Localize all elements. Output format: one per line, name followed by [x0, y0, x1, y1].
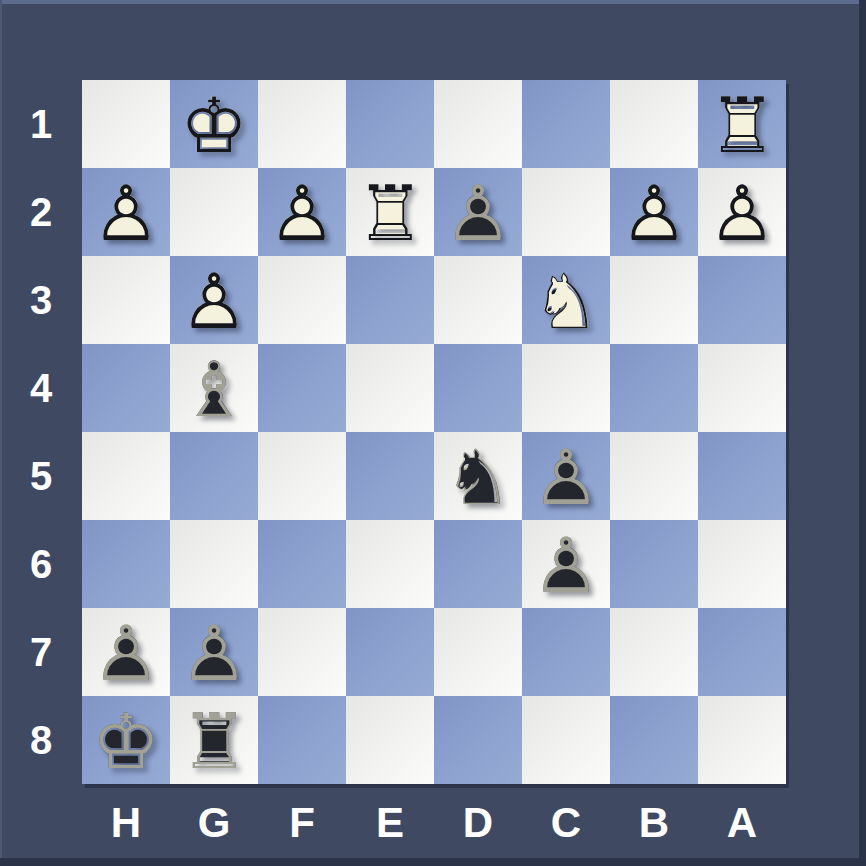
- square-b3[interactable]: [610, 256, 698, 344]
- white-king[interactable]: ♚♔: [170, 80, 258, 168]
- square-h7[interactable]: ♟♙: [82, 608, 170, 696]
- square-a2[interactable]: ♟♙: [698, 168, 786, 256]
- square-g8[interactable]: ♜♖: [170, 696, 258, 784]
- piece-outline-glyph: ♙: [522, 520, 610, 608]
- piece-outline-glyph: ♙: [258, 168, 346, 256]
- square-f2[interactable]: ♟♙: [258, 168, 346, 256]
- square-c8[interactable]: [522, 696, 610, 784]
- black-pawn[interactable]: ♟♙: [170, 608, 258, 696]
- square-e8[interactable]: [346, 696, 434, 784]
- chess-board: ♚♔♜♖♟♙♟♙♜♖♟♙♟♙♟♙♟♙♞♘♝♗♞♘♟♙♟♙♟♙♟♙♚♔♜♖: [82, 80, 786, 784]
- square-b1[interactable]: [610, 80, 698, 168]
- piece-outline-glyph: ♔: [170, 80, 258, 168]
- square-h1[interactable]: [82, 80, 170, 168]
- piece-outline-glyph: ♘: [522, 256, 610, 344]
- file-label-f: F: [258, 787, 346, 859]
- square-f1[interactable]: [258, 80, 346, 168]
- white-pawn[interactable]: ♟♙: [170, 256, 258, 344]
- square-f3[interactable]: [258, 256, 346, 344]
- square-h3[interactable]: [82, 256, 170, 344]
- square-a7[interactable]: [698, 608, 786, 696]
- square-b6[interactable]: [610, 520, 698, 608]
- square-g5[interactable]: [170, 432, 258, 520]
- piece-outline-glyph: ♖: [698, 80, 786, 168]
- file-label-c: C: [522, 787, 610, 859]
- piece-outline-glyph: ♙: [698, 168, 786, 256]
- black-king[interactable]: ♚♔: [82, 696, 170, 784]
- square-d1[interactable]: [434, 80, 522, 168]
- piece-outline-glyph: ♙: [82, 608, 170, 696]
- square-a8[interactable]: [698, 696, 786, 784]
- square-e5[interactable]: [346, 432, 434, 520]
- file-label-g: G: [170, 787, 258, 859]
- white-pawn[interactable]: ♟♙: [698, 168, 786, 256]
- square-c7[interactable]: [522, 608, 610, 696]
- square-b2[interactable]: ♟♙: [610, 168, 698, 256]
- file-label-d: D: [434, 787, 522, 859]
- square-g6[interactable]: [170, 520, 258, 608]
- square-f6[interactable]: [258, 520, 346, 608]
- piece-outline-glyph: ♙: [170, 608, 258, 696]
- frame-bevel-top: [0, 0, 866, 4]
- rank-label-6: 6: [0, 520, 82, 608]
- frame-bevel-bottom: [0, 858, 866, 866]
- square-c1[interactable]: [522, 80, 610, 168]
- white-rook[interactable]: ♜♖: [346, 168, 434, 256]
- white-pawn[interactable]: ♟♙: [82, 168, 170, 256]
- square-c2[interactable]: [522, 168, 610, 256]
- square-c6[interactable]: ♟♙: [522, 520, 610, 608]
- rank-label-8: 8: [0, 696, 82, 784]
- square-d2[interactable]: ♟♙: [434, 168, 522, 256]
- square-e6[interactable]: [346, 520, 434, 608]
- square-f5[interactable]: [258, 432, 346, 520]
- square-a1[interactable]: ♜♖: [698, 80, 786, 168]
- square-d6[interactable]: [434, 520, 522, 608]
- square-g7[interactable]: ♟♙: [170, 608, 258, 696]
- piece-outline-glyph: ♗: [170, 344, 258, 432]
- rank-label-4: 4: [0, 344, 82, 432]
- square-c3[interactable]: ♞♘: [522, 256, 610, 344]
- square-e4[interactable]: [346, 344, 434, 432]
- white-rook[interactable]: ♜♖: [698, 80, 786, 168]
- square-d5[interactable]: ♞♘: [434, 432, 522, 520]
- file-label-h: H: [82, 787, 170, 859]
- file-labels: HGFEDCBA: [82, 787, 786, 859]
- square-c5[interactable]: ♟♙: [522, 432, 610, 520]
- square-h6[interactable]: [82, 520, 170, 608]
- piece-outline-glyph: ♖: [346, 168, 434, 256]
- square-a6[interactable]: [698, 520, 786, 608]
- square-d3[interactable]: [434, 256, 522, 344]
- black-pawn[interactable]: ♟♙: [522, 520, 610, 608]
- file-label-b: B: [610, 787, 698, 859]
- square-e7[interactable]: [346, 608, 434, 696]
- piece-outline-glyph: ♙: [82, 168, 170, 256]
- white-knight[interactable]: ♞♘: [522, 256, 610, 344]
- square-a5[interactable]: [698, 432, 786, 520]
- piece-outline-glyph: ♔: [82, 696, 170, 784]
- square-g3[interactable]: ♟♙: [170, 256, 258, 344]
- square-d7[interactable]: [434, 608, 522, 696]
- square-f7[interactable]: [258, 608, 346, 696]
- black-pawn[interactable]: ♟♙: [434, 168, 522, 256]
- frame-bevel-right: [859, 0, 866, 866]
- square-a4[interactable]: [698, 344, 786, 432]
- square-e1[interactable]: [346, 80, 434, 168]
- white-pawn[interactable]: ♟♙: [610, 168, 698, 256]
- square-g1[interactable]: ♚♔: [170, 80, 258, 168]
- rank-labels: 12345678: [0, 80, 82, 784]
- square-b8[interactable]: [610, 696, 698, 784]
- square-a3[interactable]: [698, 256, 786, 344]
- square-h2[interactable]: ♟♙: [82, 168, 170, 256]
- black-pawn[interactable]: ♟♙: [522, 432, 610, 520]
- rank-label-2: 2: [0, 168, 82, 256]
- piece-outline-glyph: ♘: [434, 432, 522, 520]
- rank-label-7: 7: [0, 608, 82, 696]
- piece-outline-glyph: ♙: [522, 432, 610, 520]
- square-f8[interactable]: [258, 696, 346, 784]
- square-b4[interactable]: [610, 344, 698, 432]
- square-d4[interactable]: [434, 344, 522, 432]
- piece-outline-glyph: ♖: [170, 696, 258, 784]
- square-f4[interactable]: [258, 344, 346, 432]
- white-pawn[interactable]: ♟♙: [258, 168, 346, 256]
- square-b5[interactable]: [610, 432, 698, 520]
- square-c4[interactable]: [522, 344, 610, 432]
- square-h5[interactable]: [82, 432, 170, 520]
- square-e3[interactable]: [346, 256, 434, 344]
- square-b7[interactable]: [610, 608, 698, 696]
- black-rook[interactable]: ♜♖: [170, 696, 258, 784]
- file-label-a: A: [698, 787, 786, 859]
- piece-outline-glyph: ♙: [170, 256, 258, 344]
- black-knight[interactable]: ♞♘: [434, 432, 522, 520]
- square-d8[interactable]: [434, 696, 522, 784]
- black-bishop[interactable]: ♝♗: [170, 344, 258, 432]
- square-h4[interactable]: [82, 344, 170, 432]
- square-g4[interactable]: ♝♗: [170, 344, 258, 432]
- rank-label-1: 1: [0, 80, 82, 168]
- square-g2[interactable]: [170, 168, 258, 256]
- piece-outline-glyph: ♙: [434, 168, 522, 256]
- square-h8[interactable]: ♚♔: [82, 696, 170, 784]
- board-frame: 12345678 ♚♔♜♖♟♙♟♙♜♖♟♙♟♙♟♙♟♙♞♘♝♗♞♘♟♙♟♙♟♙♟…: [0, 0, 866, 866]
- rank-label-5: 5: [0, 432, 82, 520]
- rank-label-3: 3: [0, 256, 82, 344]
- square-e2[interactable]: ♜♖: [346, 168, 434, 256]
- file-label-e: E: [346, 787, 434, 859]
- black-pawn[interactable]: ♟♙: [82, 608, 170, 696]
- piece-outline-glyph: ♙: [610, 168, 698, 256]
